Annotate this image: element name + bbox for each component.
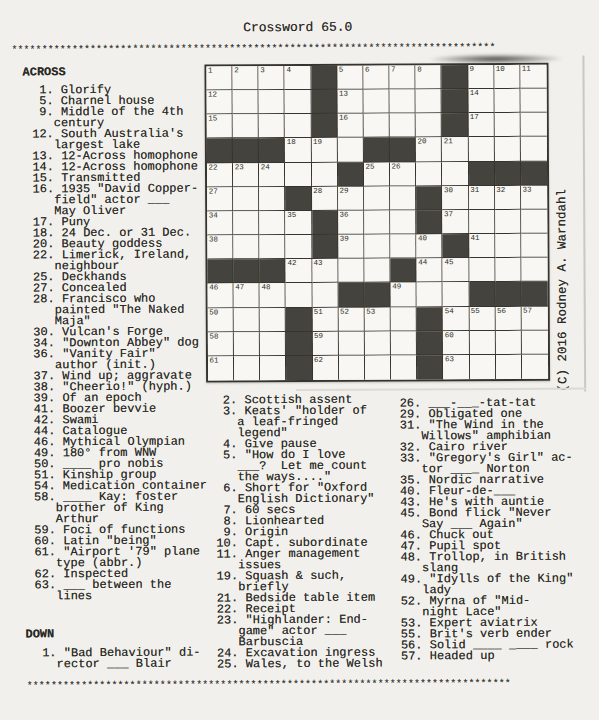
clue-number: 16. xyxy=(25,184,54,195)
black-cell xyxy=(417,331,443,355)
cell-number: 21 xyxy=(444,138,453,147)
cell-number: 61 xyxy=(209,356,218,365)
clue: 28. Francisco who painted "The Naked Maj… xyxy=(26,293,218,327)
white-cell[interactable] xyxy=(285,114,311,138)
white-cell[interactable] xyxy=(520,89,546,113)
clue-number: 12. xyxy=(25,129,54,140)
clue-number: 5. xyxy=(208,450,237,461)
cell-number: 28 xyxy=(313,187,322,196)
white-cell[interactable]: 43 xyxy=(312,259,338,283)
black-cell xyxy=(442,113,468,137)
cell-number: 20 xyxy=(418,138,427,147)
across-heading: ACROSS xyxy=(22,66,65,78)
white-cell[interactable]: 63 xyxy=(443,355,469,379)
clue-number: 11. xyxy=(209,549,238,560)
clue-number: 61. xyxy=(27,547,56,558)
cell-number: 17 xyxy=(470,113,479,122)
white-cell[interactable]: 6 xyxy=(363,66,389,90)
white-cell[interactable]: 28 xyxy=(312,187,338,211)
black-cell xyxy=(416,186,442,210)
clue-number: 58. xyxy=(27,492,56,503)
cell-number: 41 xyxy=(470,234,479,243)
copyright-text: (C) 2016 Rodney A. Warndahl xyxy=(555,170,570,392)
white-cell[interactable]: 57 xyxy=(522,306,548,330)
white-cell[interactable]: 5 xyxy=(337,66,363,90)
white-cell[interactable]: 21 xyxy=(442,138,468,162)
clue: 23. "Highlander: End- game" actor ___ Ba… xyxy=(209,614,401,648)
white-cell[interactable] xyxy=(365,331,391,355)
cell-number: 7 xyxy=(391,65,396,74)
white-cell[interactable] xyxy=(339,331,365,355)
cell-number: 30 xyxy=(444,186,453,195)
cell-number: 52 xyxy=(340,307,349,316)
cell-number: 54 xyxy=(445,307,454,316)
black-cell xyxy=(311,114,337,138)
white-cell[interactable]: 36 xyxy=(338,211,364,235)
clue-number: 6. xyxy=(209,483,238,494)
scan-edge-line-artifact xyxy=(582,56,586,392)
white-cell[interactable]: 30 xyxy=(442,186,468,210)
cell-number: 13 xyxy=(339,90,348,99)
cell-number: 57 xyxy=(523,306,532,315)
white-cell[interactable] xyxy=(312,162,338,186)
white-cell[interactable] xyxy=(286,283,312,307)
white-cell[interactable]: 41 xyxy=(469,234,495,258)
black-cell xyxy=(391,259,417,283)
white-cell[interactable] xyxy=(521,234,547,258)
white-cell[interactable] xyxy=(260,332,286,356)
clue-number: 1. xyxy=(28,648,57,659)
cell-number: 51 xyxy=(314,307,323,316)
white-cell[interactable]: 45 xyxy=(443,258,469,282)
white-cell[interactable] xyxy=(495,137,521,161)
white-cell[interactable] xyxy=(234,332,260,356)
white-cell[interactable]: 13 xyxy=(337,90,363,114)
black-cell xyxy=(286,307,312,331)
black-cell xyxy=(233,139,259,163)
white-cell[interactable] xyxy=(259,90,285,114)
cell-number: 15 xyxy=(208,115,217,124)
cell-number: 29 xyxy=(339,187,348,196)
down-clue-list-right: 26. ___-___-tat-tat29. Obligated one31. … xyxy=(392,397,595,662)
down-heading: DOWN xyxy=(25,628,54,640)
cell-number: 6 xyxy=(365,66,370,75)
white-cell[interactable]: 62 xyxy=(313,356,339,380)
white-cell[interactable]: 19 xyxy=(311,138,337,162)
cell-number: 23 xyxy=(235,163,244,172)
cell-number: 35 xyxy=(287,211,296,220)
white-cell[interactable] xyxy=(364,90,390,114)
white-cell[interactable]: 40 xyxy=(417,234,443,258)
cell-number: 40 xyxy=(418,234,427,243)
white-cell[interactable] xyxy=(285,90,311,114)
white-cell[interactable] xyxy=(521,113,547,137)
white-cell[interactable] xyxy=(338,138,364,162)
white-cell[interactable]: 20 xyxy=(416,138,442,162)
white-cell[interactable]: 26 xyxy=(390,162,416,186)
white-cell[interactable]: 29 xyxy=(338,186,364,210)
cell-number: 53 xyxy=(366,307,375,316)
clue-number: 31. xyxy=(392,420,421,431)
white-cell[interactable] xyxy=(260,308,286,332)
scan-shadow-line-artifact xyxy=(296,387,586,391)
clue: 16. 1935 "David Copper- field" actor ___… xyxy=(25,183,217,217)
white-cell[interactable]: 23 xyxy=(233,163,259,187)
cell-number: 63 xyxy=(445,355,454,364)
cell-number: 47 xyxy=(235,284,244,293)
white-cell[interactable] xyxy=(390,114,416,138)
black-cell xyxy=(311,90,337,114)
white-cell[interactable] xyxy=(286,235,312,259)
black-cell xyxy=(259,139,285,163)
scan-smudge-artifact xyxy=(428,54,563,65)
cell-number: 49 xyxy=(392,283,401,292)
down-clue-list-left: 1. "Bad Behaviour" di- rector ___ Blair xyxy=(28,647,220,670)
clue-number: 22. xyxy=(25,250,54,261)
white-cell[interactable] xyxy=(494,89,520,113)
white-cell[interactable]: 52 xyxy=(338,307,364,331)
cell-number: 26 xyxy=(392,162,401,171)
white-cell[interactable]: 22 xyxy=(207,163,233,187)
white-cell[interactable]: 15 xyxy=(207,115,233,139)
white-cell[interactable] xyxy=(364,259,390,283)
cell-number: 32 xyxy=(496,186,505,195)
black-cell xyxy=(312,211,338,235)
clue: 63. ___ between the lines xyxy=(27,579,219,602)
puzzle-title: Crossword 65.0 xyxy=(0,18,597,36)
white-cell[interactable] xyxy=(233,187,259,211)
white-cell[interactable]: 1 xyxy=(206,66,232,90)
clue-number: 48. xyxy=(393,552,422,563)
cell-number: 5 xyxy=(339,66,344,75)
white-cell[interactable] xyxy=(259,114,285,138)
white-cell[interactable] xyxy=(312,283,338,307)
cell-number: 37 xyxy=(444,210,453,219)
white-cell[interactable]: 53 xyxy=(365,307,391,331)
cell-number: 44 xyxy=(418,259,427,268)
white-cell[interactable]: 58 xyxy=(208,332,234,356)
cell-number: 1 xyxy=(208,66,213,75)
white-cell[interactable]: 31 xyxy=(469,186,495,210)
cell-number: 11 xyxy=(522,65,531,74)
white-cell[interactable]: 42 xyxy=(286,259,312,283)
black-cell xyxy=(207,260,233,284)
white-cell[interactable] xyxy=(521,137,547,161)
black-cell xyxy=(417,355,443,379)
white-cell[interactable] xyxy=(259,187,285,211)
white-cell[interactable] xyxy=(416,89,442,113)
white-cell[interactable]: 18 xyxy=(285,138,311,162)
white-cell[interactable]: 38 xyxy=(207,235,233,259)
white-cell[interactable] xyxy=(443,282,469,306)
white-cell[interactable]: 60 xyxy=(443,331,469,355)
cell-number: 19 xyxy=(313,138,322,147)
clue: 57. Headed up xyxy=(394,650,596,662)
white-cell[interactable] xyxy=(522,355,548,379)
white-cell[interactable] xyxy=(365,355,391,379)
white-cell[interactable] xyxy=(390,90,416,114)
black-cell xyxy=(468,162,494,186)
cell-number: 38 xyxy=(209,235,218,244)
white-cell[interactable] xyxy=(469,210,495,234)
clue: 25. Wales, to the Welsh xyxy=(210,658,402,670)
white-cell[interactable]: 7 xyxy=(390,65,416,89)
white-cell[interactable] xyxy=(364,186,390,210)
white-cell[interactable] xyxy=(469,331,495,355)
cell-number: 25 xyxy=(365,162,374,171)
white-cell[interactable] xyxy=(233,90,259,114)
white-cell[interactable]: 61 xyxy=(208,356,234,380)
cell-number: 34 xyxy=(209,211,218,220)
cell-number: 9 xyxy=(469,65,474,74)
white-cell[interactable]: 56 xyxy=(495,306,521,330)
cell-number: 18 xyxy=(287,138,296,147)
cell-number: 42 xyxy=(287,259,296,268)
white-cell[interactable]: 27 xyxy=(207,187,233,211)
white-cell[interactable] xyxy=(234,356,260,380)
white-cell[interactable] xyxy=(468,137,494,161)
white-cell[interactable] xyxy=(522,330,548,354)
white-cell[interactable]: 37 xyxy=(443,210,469,234)
cell-number: 50 xyxy=(209,308,218,317)
white-cell[interactable] xyxy=(496,331,522,355)
cell-number: 3 xyxy=(260,66,265,75)
white-cell[interactable] xyxy=(234,308,260,332)
white-cell[interactable] xyxy=(521,210,547,234)
white-cell[interactable]: 10 xyxy=(494,65,520,89)
cell-number: 55 xyxy=(471,307,480,316)
cell-number: 56 xyxy=(497,306,506,315)
white-cell[interactable]: 44 xyxy=(417,258,443,282)
white-cell[interactable] xyxy=(338,259,364,283)
white-cell[interactable]: 48 xyxy=(260,283,286,307)
divider-bottom: ****************************************… xyxy=(27,678,511,692)
white-cell[interactable] xyxy=(442,162,468,186)
cell-number: 36 xyxy=(339,211,348,220)
white-cell[interactable]: 4 xyxy=(285,66,311,90)
black-cell xyxy=(311,66,337,90)
clue-number: 49. xyxy=(393,574,422,585)
white-cell[interactable]: 2 xyxy=(233,66,259,90)
black-cell xyxy=(312,235,338,259)
divider-top: ****************************************… xyxy=(11,42,495,56)
cell-number: 12 xyxy=(208,91,217,100)
cell-number: 62 xyxy=(314,356,323,365)
white-cell[interactable] xyxy=(494,113,520,137)
white-cell[interactable]: 34 xyxy=(207,211,233,235)
white-cell[interactable] xyxy=(260,235,286,259)
scan-skew-wrapper: Crossword 65.0 *************************… xyxy=(0,0,599,720)
clue-number: 9. xyxy=(25,107,54,118)
black-cell xyxy=(390,138,416,162)
white-cell[interactable]: 50 xyxy=(208,308,234,332)
white-cell[interactable] xyxy=(390,210,416,234)
white-cell[interactable]: 17 xyxy=(468,113,494,137)
black-cell xyxy=(416,210,442,234)
white-cell[interactable] xyxy=(391,307,417,331)
white-cell[interactable]: 49 xyxy=(391,283,417,307)
black-cell xyxy=(260,259,286,283)
black-cell xyxy=(364,138,390,162)
white-cell[interactable]: 51 xyxy=(312,307,338,331)
white-cell[interactable] xyxy=(233,235,259,259)
white-cell[interactable]: 3 xyxy=(259,66,285,90)
white-cell[interactable] xyxy=(364,235,390,259)
black-cell xyxy=(286,332,312,356)
white-cell[interactable] xyxy=(495,234,521,258)
white-cell[interactable]: 59 xyxy=(312,331,338,355)
white-cell[interactable]: 54 xyxy=(443,307,469,331)
white-cell[interactable] xyxy=(496,355,522,379)
clue-number: 45. xyxy=(393,508,422,519)
cell-number: 33 xyxy=(522,186,531,195)
white-cell[interactable]: 25 xyxy=(364,162,390,186)
white-cell[interactable] xyxy=(233,115,259,139)
cell-number: 45 xyxy=(444,258,453,267)
cell-number: 59 xyxy=(314,332,323,341)
white-cell[interactable] xyxy=(233,211,259,235)
white-cell[interactable] xyxy=(469,258,495,282)
white-cell[interactable] xyxy=(390,186,416,210)
white-cell[interactable] xyxy=(470,355,496,379)
white-cell[interactable]: 24 xyxy=(259,163,285,187)
black-cell xyxy=(286,356,312,380)
clue: 6. Short for "Oxford English Dictionary" xyxy=(209,482,401,505)
black-cell xyxy=(286,187,312,211)
white-cell[interactable]: 47 xyxy=(234,284,260,308)
across-clue-list: 1. Glorify5. Charnel house9. Middle of t… xyxy=(25,84,220,602)
white-cell[interactable]: 12 xyxy=(207,90,233,114)
white-cell[interactable]: 14 xyxy=(468,89,494,113)
black-cell xyxy=(521,282,547,306)
clue: 3. Keats' "holder of a leaf-fringed lege… xyxy=(208,405,400,439)
cell-number: 22 xyxy=(208,163,217,172)
black-cell xyxy=(495,161,521,185)
cell-number: 24 xyxy=(261,163,270,172)
white-cell[interactable] xyxy=(285,163,311,187)
white-cell[interactable] xyxy=(521,258,547,282)
white-cell[interactable]: 16 xyxy=(337,114,363,138)
clue-number: 57. xyxy=(394,651,423,662)
cell-number: 58 xyxy=(209,332,218,341)
black-cell xyxy=(234,259,260,283)
cell-number: 27 xyxy=(209,187,218,196)
cell-number: 14 xyxy=(470,89,479,98)
white-cell[interactable] xyxy=(391,331,417,355)
white-cell[interactable]: 11 xyxy=(520,65,546,89)
white-cell[interactable] xyxy=(390,234,416,258)
scanned-crossword-page: Crossword 65.0 *************************… xyxy=(0,0,599,720)
cell-number: 39 xyxy=(340,235,349,244)
clue-number: 63. xyxy=(27,580,56,591)
white-cell[interactable] xyxy=(416,162,442,186)
cell-number: 4 xyxy=(286,66,291,75)
clue-number: 19. xyxy=(209,571,238,582)
clue: 1. "Bad Behaviour" di- rector ___ Blair xyxy=(28,647,220,670)
white-cell[interactable] xyxy=(391,355,417,379)
white-cell[interactable] xyxy=(416,114,442,138)
black-cell xyxy=(469,282,495,306)
cell-number: 31 xyxy=(470,186,479,195)
cell-number: 10 xyxy=(496,65,505,74)
white-cell[interactable] xyxy=(364,210,390,234)
white-cell[interactable]: 46 xyxy=(208,284,234,308)
black-cell xyxy=(443,234,469,258)
white-cell[interactable] xyxy=(260,211,286,235)
white-cell[interactable] xyxy=(364,114,390,138)
white-cell[interactable] xyxy=(495,210,521,234)
crossword-grid: 1234567891011121314151617181920212223242… xyxy=(204,63,550,383)
cell-number: 46 xyxy=(209,284,218,293)
white-cell[interactable]: 35 xyxy=(286,211,312,235)
white-cell[interactable]: 32 xyxy=(495,186,521,210)
clue-number: 25. xyxy=(210,659,239,670)
clue-number: 52. xyxy=(393,596,422,607)
clue-number: 28. xyxy=(26,294,55,305)
black-cell xyxy=(442,89,468,113)
clue-number: 33. xyxy=(392,453,421,464)
cell-number: 48 xyxy=(261,284,270,293)
black-cell xyxy=(417,307,443,331)
black-cell xyxy=(442,65,468,89)
black-cell xyxy=(521,161,547,185)
clue-number: 3. xyxy=(208,406,237,417)
white-cell[interactable]: 39 xyxy=(338,235,364,259)
black-cell xyxy=(207,139,233,163)
down-clue-list-middle: 2. Scottish assent3. Keats' "holder of a… xyxy=(208,394,401,670)
cell-number: 2 xyxy=(234,66,239,75)
clue-number: 36. xyxy=(26,349,55,360)
cell-number: 60 xyxy=(445,331,454,340)
cell-number: 16 xyxy=(339,114,348,123)
white-cell[interactable] xyxy=(260,356,286,380)
white-cell[interactable]: 9 xyxy=(468,65,494,89)
black-cell xyxy=(365,283,391,307)
clue: 5. "How do I love ___? Let me count the … xyxy=(208,449,400,483)
white-cell[interactable]: 8 xyxy=(416,65,442,89)
cell-number: 8 xyxy=(417,65,422,74)
clue: 58. ____ Kay: foster brother of King Art… xyxy=(27,491,219,525)
clue-number: 23. xyxy=(209,615,238,626)
black-cell xyxy=(338,162,364,186)
white-cell[interactable]: 33 xyxy=(521,185,547,209)
white-cell[interactable] xyxy=(495,258,521,282)
cell-number: 43 xyxy=(314,259,323,268)
black-cell xyxy=(338,283,364,307)
white-cell[interactable]: 55 xyxy=(469,307,495,331)
white-cell[interactable] xyxy=(339,356,365,380)
white-cell[interactable] xyxy=(417,283,443,307)
black-cell xyxy=(495,282,521,306)
